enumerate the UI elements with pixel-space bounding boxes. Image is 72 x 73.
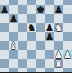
white-pawn-g2: ♟ [54,50,63,59]
square-a1[interactable] [0,59,9,68]
square-offboard-e[interactable] [36,68,45,73]
white-pawn-h2: ♟ [63,50,72,59]
square-d7[interactable] [27,5,36,14]
square-c4[interactable] [18,32,27,41]
square-h1[interactable] [63,59,72,68]
square-e6[interactable] [36,14,45,23]
square-a7[interactable]: ♟ [0,5,9,14]
board-viewport: ♟♚♟♟♞♟♞♟♝♟♟♜ [0,0,72,72]
black-pawn-f4: ♟ [45,32,54,41]
square-offboard-h[interactable] [63,68,72,73]
square-c3[interactable] [18,41,27,50]
square-h6[interactable] [63,14,72,23]
square-b4[interactable] [9,32,18,41]
square-d5[interactable]: ♞ [27,23,36,32]
square-e5[interactable] [36,23,45,32]
black-pawn-g7: ♟ [54,5,63,14]
square-g1[interactable]: ♜ [54,59,63,68]
black-knight-d5: ♞ [27,23,36,32]
square-a2[interactable] [0,50,9,59]
square-offboard-g[interactable] [54,68,63,73]
black-pawn-a7: ♟ [0,5,9,14]
square-e3[interactable] [36,41,45,50]
square-d3[interactable] [27,41,36,50]
square-e1[interactable] [36,59,45,68]
square-f3[interactable] [45,41,54,50]
square-e7[interactable]: ♚ [36,5,45,14]
square-c7[interactable] [18,5,27,14]
square-g7[interactable]: ♟ [54,5,63,14]
square-a4[interactable] [0,32,9,41]
square-f1[interactable] [45,59,54,68]
black-pawn-f5: ♟ [45,23,54,32]
square-g6[interactable] [54,14,63,23]
square-offboard-b[interactable] [9,68,18,73]
square-f7[interactable] [45,5,54,14]
square-b5[interactable] [9,23,18,32]
square-g5[interactable]: ♞ [54,23,63,32]
chess-board: ♟♚♟♟♞♟♞♟♝♟♟♜ [0,0,72,72]
square-h7[interactable] [63,5,72,14]
white-bishop-b3: ♝ [9,41,18,50]
square-g2[interactable]: ♟ [54,50,63,59]
square-h2[interactable]: ♟ [63,50,72,59]
square-d2[interactable] [27,50,36,59]
square-b1[interactable] [9,59,18,68]
square-e2[interactable] [36,50,45,59]
square-g4[interactable] [54,32,63,41]
square-b2[interactable] [9,50,18,59]
black-pawn-b6: ♟ [9,14,18,23]
square-e4[interactable] [36,32,45,41]
white-rook-g1: ♜ [54,59,63,68]
square-c1[interactable] [18,59,27,68]
square-offboard-a[interactable] [0,68,9,73]
square-b6[interactable]: ♟ [9,14,18,23]
square-d1[interactable] [27,59,36,68]
square-a6[interactable] [0,14,9,23]
square-c6[interactable] [18,14,27,23]
square-g3[interactable] [54,41,63,50]
square-h4[interactable] [63,32,72,41]
black-king-e7: ♚ [36,5,45,14]
square-h3[interactable] [63,41,72,50]
square-c5[interactable] [18,23,27,32]
square-offboard-f[interactable] [45,68,54,73]
square-a3[interactable] [0,41,9,50]
square-f4[interactable]: ♟ [45,32,54,41]
square-offboard-d[interactable] [27,68,36,73]
square-b3[interactable]: ♝ [9,41,18,50]
square-b7[interactable] [9,5,18,14]
square-f6[interactable] [45,14,54,23]
square-f5[interactable]: ♟ [45,23,54,32]
square-c2[interactable] [18,50,27,59]
square-offboard-c[interactable] [18,68,27,73]
square-f2[interactable] [45,50,54,59]
square-d6[interactable] [27,14,36,23]
square-h5[interactable] [63,23,72,32]
square-a5[interactable] [0,23,9,32]
white-knight-g5: ♞ [54,23,63,32]
square-d4[interactable] [27,32,36,41]
